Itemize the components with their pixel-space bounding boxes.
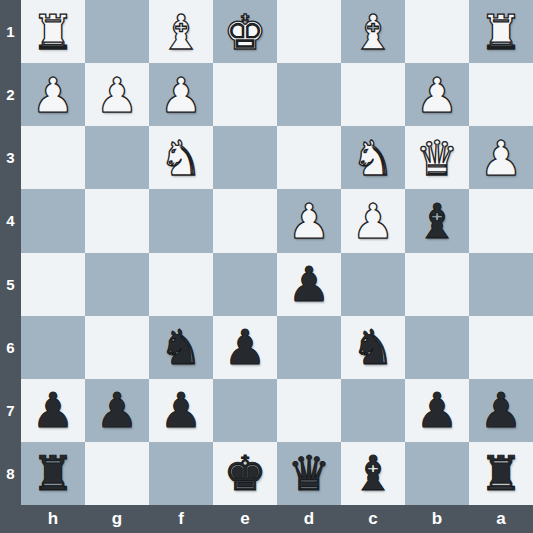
square-h6[interactable] — [21, 316, 85, 379]
square-g8[interactable] — [85, 442, 149, 505]
file-label-e: e — [213, 505, 277, 533]
file-label-d: d — [277, 505, 341, 533]
square-f7[interactable]: ♟ — [149, 379, 213, 442]
rank-label-4: 4 — [0, 189, 21, 252]
white-pawn[interactable]: ♟ — [351, 197, 394, 245]
white-knight[interactable]: ♞ — [351, 134, 394, 182]
square-e1[interactable]: ♚ — [213, 0, 277, 63]
square-h8[interactable]: ♜ — [21, 442, 85, 505]
square-b1[interactable] — [405, 0, 469, 63]
square-c7[interactable] — [341, 379, 405, 442]
black-pawn[interactable]: ♟ — [31, 386, 74, 434]
white-king[interactable]: ♚ — [223, 8, 266, 56]
square-a1[interactable]: ♜ — [469, 0, 533, 63]
rank-label-2: 2 — [0, 63, 21, 126]
square-f3[interactable]: ♞ — [149, 126, 213, 189]
square-e3[interactable] — [213, 126, 277, 189]
black-pawn[interactable]: ♟ — [415, 386, 458, 434]
rank-label-8: 8 — [0, 442, 21, 505]
square-c1[interactable]: ♝ — [341, 0, 405, 63]
square-c5[interactable] — [341, 253, 405, 316]
white-bishop[interactable]: ♝ — [351, 8, 394, 56]
square-g2[interactable]: ♟ — [85, 63, 149, 126]
black-pawn[interactable]: ♟ — [479, 386, 522, 434]
rank-label-3: 3 — [0, 126, 21, 189]
square-b2[interactable]: ♟ — [405, 63, 469, 126]
rank-label-1: 1 — [0, 0, 21, 63]
square-g6[interactable] — [85, 316, 149, 379]
square-d8[interactable]: ♛ — [277, 442, 341, 505]
square-h7[interactable]: ♟ — [21, 379, 85, 442]
square-c3[interactable]: ♞ — [341, 126, 405, 189]
square-f6[interactable]: ♞ — [149, 316, 213, 379]
rank-labels-gutter: 12345678 — [0, 0, 21, 505]
white-rook[interactable]: ♜ — [479, 8, 522, 56]
rank-label-5: 5 — [0, 253, 21, 316]
file-label-g: g — [85, 505, 149, 533]
black-rook[interactable]: ♜ — [479, 449, 522, 497]
square-a6[interactable] — [469, 316, 533, 379]
square-e2[interactable] — [213, 63, 277, 126]
square-g3[interactable] — [85, 126, 149, 189]
square-b8[interactable] — [405, 442, 469, 505]
white-pawn[interactable]: ♟ — [415, 71, 458, 119]
square-c2[interactable] — [341, 63, 405, 126]
rank-label-6: 6 — [0, 316, 21, 379]
square-d2[interactable] — [277, 63, 341, 126]
square-d3[interactable] — [277, 126, 341, 189]
chess-board-widget: 12345678 ♜♝♚♝♜♟♟♟♟♞♞♛♟♟♟♝♟♞♟♞♟♟♟♟♟♜♚♛♝♜ … — [0, 0, 533, 533]
white-pawn[interactable]: ♟ — [159, 71, 202, 119]
square-d1[interactable] — [277, 0, 341, 63]
square-a8[interactable]: ♜ — [469, 442, 533, 505]
file-label-b: b — [405, 505, 469, 533]
black-pawn[interactable]: ♟ — [95, 386, 138, 434]
square-h5[interactable] — [21, 253, 85, 316]
white-queen[interactable]: ♛ — [415, 134, 458, 182]
white-pawn[interactable]: ♟ — [287, 197, 330, 245]
square-f5[interactable] — [149, 253, 213, 316]
black-knight[interactable]: ♞ — [351, 323, 394, 371]
square-f8[interactable] — [149, 442, 213, 505]
square-c6[interactable]: ♞ — [341, 316, 405, 379]
square-e7[interactable] — [213, 379, 277, 442]
white-pawn[interactable]: ♟ — [31, 71, 74, 119]
square-h3[interactable] — [21, 126, 85, 189]
square-g7[interactable]: ♟ — [85, 379, 149, 442]
white-pawn[interactable]: ♟ — [479, 134, 522, 182]
square-g4[interactable] — [85, 189, 149, 252]
black-pawn[interactable]: ♟ — [223, 323, 266, 371]
square-g1[interactable] — [85, 0, 149, 63]
square-a2[interactable] — [469, 63, 533, 126]
square-h2[interactable]: ♟ — [21, 63, 85, 126]
square-a4[interactable] — [469, 189, 533, 252]
white-rook[interactable]: ♜ — [31, 8, 74, 56]
square-e5[interactable] — [213, 253, 277, 316]
chess-board: ♜♝♚♝♜♟♟♟♟♞♞♛♟♟♟♝♟♞♟♞♟♟♟♟♟♜♚♛♝♜ — [21, 0, 533, 505]
square-a5[interactable] — [469, 253, 533, 316]
square-b5[interactable] — [405, 253, 469, 316]
file-label-a: a — [469, 505, 533, 533]
square-g5[interactable] — [85, 253, 149, 316]
file-label-f: f — [149, 505, 213, 533]
square-c8[interactable]: ♝ — [341, 442, 405, 505]
file-label-h: h — [21, 505, 85, 533]
square-b6[interactable] — [405, 316, 469, 379]
black-queen[interactable]: ♛ — [287, 449, 330, 497]
square-c4[interactable]: ♟ — [341, 189, 405, 252]
white-knight[interactable]: ♞ — [159, 134, 202, 182]
black-knight[interactable]: ♞ — [159, 323, 202, 371]
square-e8[interactable]: ♚ — [213, 442, 277, 505]
square-f2[interactable]: ♟ — [149, 63, 213, 126]
square-b4[interactable]: ♝ — [405, 189, 469, 252]
square-b7[interactable]: ♟ — [405, 379, 469, 442]
square-d4[interactable]: ♟ — [277, 189, 341, 252]
white-pawn[interactable]: ♟ — [95, 71, 138, 119]
square-b3[interactable]: ♛ — [405, 126, 469, 189]
black-bishop[interactable]: ♝ — [415, 197, 458, 245]
square-e6[interactable]: ♟ — [213, 316, 277, 379]
square-h4[interactable] — [21, 189, 85, 252]
square-f1[interactable]: ♝ — [149, 0, 213, 63]
square-d7[interactable] — [277, 379, 341, 442]
white-bishop[interactable]: ♝ — [159, 8, 202, 56]
square-d6[interactable] — [277, 316, 341, 379]
black-king[interactable]: ♚ — [223, 449, 266, 497]
square-h1[interactable]: ♜ — [21, 0, 85, 63]
black-pawn[interactable]: ♟ — [287, 260, 330, 308]
square-f4[interactable] — [149, 189, 213, 252]
square-d5[interactable]: ♟ — [277, 253, 341, 316]
file-labels-gutter: hgfedcba — [21, 505, 533, 533]
square-a3[interactable]: ♟ — [469, 126, 533, 189]
file-label-c: c — [341, 505, 405, 533]
black-pawn[interactable]: ♟ — [159, 386, 202, 434]
square-a7[interactable]: ♟ — [469, 379, 533, 442]
black-bishop[interactable]: ♝ — [351, 449, 394, 497]
square-e4[interactable] — [213, 189, 277, 252]
rank-label-7: 7 — [0, 379, 21, 442]
black-rook[interactable]: ♜ — [31, 449, 74, 497]
